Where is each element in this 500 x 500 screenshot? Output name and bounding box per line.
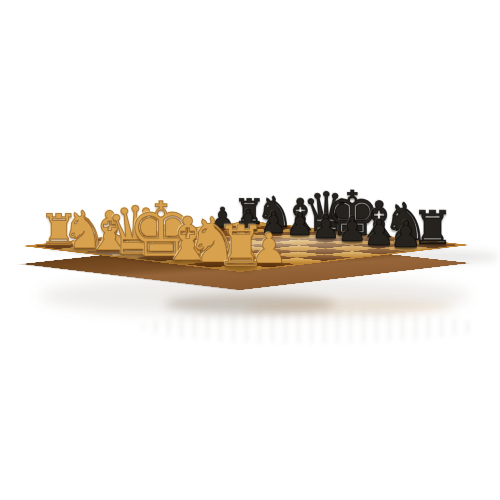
piece-reflection-band bbox=[140, 310, 480, 344]
board-edge-reflection bbox=[245, 300, 455, 314]
board-cast-shadow-front bbox=[165, 294, 335, 314]
chess-set-photo: ♜♞♝♛♚♝♞♜♟♟♟♟♟♟♟♟♟♟♟♟♟♟♟♟♜♞♝♛♚♝♞♜ bbox=[0, 0, 500, 500]
